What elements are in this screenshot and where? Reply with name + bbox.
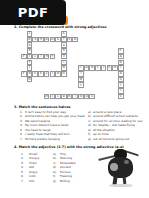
crossword-cell: Y — [50, 54, 56, 60]
clue-number: 3 — [28, 38, 29, 40]
cell-letter: H — [45, 55, 47, 58]
cell-letter: E — [34, 72, 36, 75]
cell-letter: N — [114, 66, 116, 69]
crossword-cell: D — [27, 77, 33, 83]
crossword-cell: D — [72, 37, 78, 43]
pdf-badge-label: PDF — [18, 5, 49, 20]
cell-letter: N — [120, 61, 122, 64]
crossword-cell: N — [55, 71, 61, 77]
worksheet-pdf-thumbnail[interactable]: PDF 2. Complete the crossword with stron… — [0, 0, 149, 198]
crossword-cell: Y — [78, 82, 84, 88]
cell-letter: C — [120, 95, 122, 98]
clue-number: 1 — [28, 32, 29, 34]
cell-letter: I — [52, 72, 53, 75]
crossword-grid: 1T3ERRIFIRD2STARVING4FANTASTIC6TINYXHAUS… — [0, 0, 149, 198]
cell-letter: F — [29, 61, 31, 64]
cell-letter: R — [28, 44, 30, 47]
cell-letter: R — [68, 95, 70, 98]
cell-letter: T — [63, 38, 65, 41]
crossword-cell: S — [89, 94, 95, 100]
cell-letter: N — [63, 66, 65, 69]
cell-letter: E — [108, 66, 110, 69]
crossword-cell: C — [118, 94, 124, 100]
cell-letter: A — [63, 44, 65, 47]
crossword-cell: G — [61, 71, 67, 77]
cell-letter: U — [51, 38, 53, 41]
cell-letter: D — [28, 78, 30, 81]
cell-letter: S — [120, 78, 122, 81]
cell-letter: E — [40, 72, 42, 75]
cell-letter: Z — [46, 72, 48, 75]
cell-letter: C — [97, 66, 99, 69]
cell-letter: I — [80, 72, 81, 75]
clue-number: 2 — [62, 32, 63, 34]
cell-letter: N — [57, 72, 59, 75]
cell-letter: I — [63, 61, 64, 64]
cell-letter: A — [46, 38, 48, 41]
clue-number: 7 — [85, 66, 86, 68]
cell-letter: A — [63, 95, 65, 98]
cell-letter: E — [68, 38, 70, 41]
cell-letter: S — [57, 38, 59, 41]
pdf-badge: PDF — [0, 0, 66, 25]
cell-letter: I — [120, 89, 121, 92]
cell-letter: R — [28, 49, 30, 52]
cell-letter: N — [91, 66, 93, 69]
cell-letter: Y — [51, 55, 53, 58]
cell-letter: R — [28, 72, 30, 75]
cell-letter: U — [85, 95, 87, 98]
clue-number: 4 — [119, 49, 120, 51]
clue-number: 9 — [45, 95, 46, 97]
cell-letter: G — [63, 72, 65, 75]
cell-letter: I — [75, 95, 76, 98]
cell-letter: T — [120, 66, 122, 69]
cell-letter: I — [29, 66, 30, 69]
cell-letter: Y — [80, 84, 82, 87]
cell-letter: O — [80, 95, 82, 98]
cell-letter: H — [40, 38, 42, 41]
cell-letter: I — [29, 55, 30, 58]
cell-letter: N — [80, 78, 82, 81]
crossword-cell: 8F — [21, 71, 27, 77]
cell-letter: A — [120, 55, 122, 58]
cell-letter: S — [91, 95, 93, 98]
cell-letter: X — [34, 38, 36, 41]
cell-letter: L — [57, 95, 59, 98]
cell-letter: L — [34, 55, 36, 58]
cell-letter: A — [120, 72, 122, 75]
clue-number: 8 — [22, 72, 23, 74]
cell-letter: T — [40, 55, 42, 58]
clue-number: 5 — [22, 55, 23, 57]
cell-letter: I — [52, 95, 53, 98]
clue-number: 6 — [79, 66, 80, 68]
crossword-cell: 5F — [21, 54, 27, 60]
cell-letter: T — [120, 84, 122, 87]
cell-letter: I — [103, 66, 104, 69]
crossword-cell: N — [112, 65, 118, 71]
crossword-cell: S — [55, 37, 61, 43]
cell-letter: D — [74, 38, 76, 41]
cell-letter: R — [63, 49, 65, 52]
cell-letter: V — [63, 55, 65, 58]
